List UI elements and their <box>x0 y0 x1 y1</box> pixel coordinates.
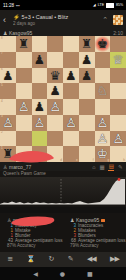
square-a8[interactable]: 8 <box>0 36 16 52</box>
black-accuracy: 79% Accuracy <box>70 243 126 249</box>
android-nav-bar: ◀●■ <box>0 267 126 280</box>
prev-icon[interactable]: ◀◀ <box>87 252 96 267</box>
white-piece-♚: ♔ <box>97 146 108 162</box>
square-g4[interactable] <box>95 99 111 115</box>
black-piece-♟: ♟ <box>81 52 92 68</box>
battery-percent: 85% <box>116 3 123 7</box>
square-g8[interactable]: ♚ <box>95 36 111 52</box>
square-h7[interactable]: ♕ <box>110 52 126 68</box>
android-back-icon[interactable]: ◀ <box>33 270 38 277</box>
white-player-name[interactable]: marco_77 <box>9 164 31 170</box>
rank-coordinate: 5 <box>1 84 3 87</box>
square-f2[interactable] <box>79 131 95 147</box>
square-b3[interactable] <box>16 115 32 131</box>
black-piece-♜: ♜ <box>18 36 29 52</box>
square-a6[interactable]: 6♟ <box>0 68 16 84</box>
square-c7[interactable]: ♟ <box>32 52 48 68</box>
file-coordinate: g <box>108 159 110 162</box>
square-g3[interactable]: ♙ <box>95 115 111 131</box>
flag-badge <box>101 219 105 222</box>
square-d2[interactable] <box>47 131 63 147</box>
white-piece-♟: ♙ <box>34 115 45 131</box>
square-d4[interactable]: ♙ <box>47 99 63 115</box>
file-coordinate: a <box>13 159 15 162</box>
menu-icon[interactable]: ≡ <box>7 252 12 267</box>
square-e3[interactable]: ♙ <box>63 115 79 131</box>
white-piece-♞: ♘ <box>97 83 108 99</box>
white-piece-♟: ♙ <box>65 115 76 131</box>
network-label: LTE <box>98 3 104 7</box>
analysis-summary: ♙marco_771Inaccuracy1Mistake1Blunder43Av… <box>0 213 126 252</box>
square-d6[interactable]: ♛ <box>47 68 63 84</box>
white-piece-♛: ♕ <box>113 52 124 68</box>
white-piece-♟: ♙ <box>113 131 124 147</box>
square-d5[interactable]: ♟ <box>47 83 63 99</box>
square-c2[interactable] <box>32 131 48 147</box>
black-piece-♟: ♟ <box>50 83 61 99</box>
square-e2[interactable] <box>63 131 79 147</box>
square-h8[interactable] <box>110 36 126 52</box>
square-g2[interactable]: ♙ <box>95 131 111 147</box>
rank-coordinate: 6 <box>1 68 3 71</box>
back-button[interactable]: ‹ <box>3 15 10 25</box>
game-title-block: ⚡ 5+3 • Casual • Blitz 2 days ago <box>13 14 99 26</box>
square-h4[interactable] <box>110 99 126 115</box>
square-d8[interactable] <box>47 36 63 52</box>
square-e5[interactable] <box>63 83 79 99</box>
next-icon[interactable]: ▶▶ <box>110 252 119 267</box>
view-tabs: ⌂▦▤✎ <box>92 162 123 171</box>
battery-icon <box>106 3 114 8</box>
summary-black-column: ♟Kasgow953Inaccuracies2Mistakes3Blunders… <box>63 217 126 252</box>
game-title: ⚡ 5+3 • Casual • Blitz <box>13 14 99 21</box>
square-c6[interactable] <box>32 68 48 84</box>
status-time: 11:28 <box>3 3 14 8</box>
square-e8[interactable] <box>63 36 79 52</box>
square-h3[interactable] <box>110 115 126 131</box>
square-f3[interactable] <box>79 115 95 131</box>
android-recents-icon[interactable]: ■ <box>87 270 93 277</box>
square-a2[interactable]: 2 <box>0 131 16 147</box>
square-h6[interactable] <box>110 68 126 84</box>
square-f6[interactable]: ♟ <box>79 68 95 84</box>
square-c1[interactable]: c <box>32 146 48 162</box>
square-c5[interactable] <box>32 83 48 99</box>
file-coordinate: h <box>123 159 125 162</box>
edit-icon[interactable]: ✎ <box>68 252 73 267</box>
square-e4[interactable] <box>63 99 79 115</box>
file-coordinate: d <box>60 159 62 162</box>
black-piece-♟: ♟ <box>81 68 92 84</box>
square-f1[interactable]: f <box>79 146 95 162</box>
engine-toggle-icon[interactable]: ⌃ <box>102 16 108 24</box>
android-home-icon[interactable]: ● <box>60 270 65 277</box>
square-g1[interactable]: g♔ <box>95 146 111 162</box>
square-c4[interactable]: ♟ <box>32 99 48 115</box>
square-f8[interactable]: ♜ <box>79 36 95 52</box>
retry-icon[interactable]: ↻ <box>48 252 53 267</box>
black-piece-♚: ♚ <box>97 36 108 52</box>
board-icon[interactable]: ▦ <box>99 163 105 171</box>
rank-coordinate: 8 <box>1 37 3 40</box>
white-piece-♟: ♙ <box>18 99 29 115</box>
black-piece-♟: ♟ <box>65 68 76 84</box>
square-h5[interactable] <box>110 83 126 99</box>
square-e1[interactable]: e <box>63 146 79 162</box>
engine-icon[interactable]: ⌛ <box>26 252 34 267</box>
square-b5[interactable] <box>16 83 32 99</box>
file-coordinate: e <box>76 159 78 162</box>
square-b4[interactable]: ♙ <box>16 99 32 115</box>
square-f5[interactable] <box>79 83 95 99</box>
square-b1[interactable]: b <box>16 146 32 162</box>
analysis-section: Queen's Pawn Game <box>0 171 126 207</box>
square-a4[interactable]: 4 <box>0 99 16 115</box>
rank-coordinate: 7 <box>1 52 3 55</box>
square-h1[interactable]: h <box>110 146 126 162</box>
chart-icon[interactable]: ▤ <box>108 162 114 171</box>
rank-coordinate: 3 <box>1 115 3 118</box>
phone-screen: 11:28 ▪▪▪ ◢ LTE 85% ‹ ⚡ 5+3 • Casual • B… <box>0 0 126 280</box>
status-bar: 11:28 ▪▪▪ ◢ LTE 85% <box>0 0 126 10</box>
square-g5[interactable]: ♘ <box>95 83 111 99</box>
notification-icon: ▪ <box>18 4 19 8</box>
home-icon[interactable]: ⌂ <box>92 163 96 171</box>
square-b2[interactable] <box>16 131 32 147</box>
file-coordinate: c <box>45 159 47 162</box>
square-c8[interactable] <box>32 36 48 52</box>
notes-icon[interactable]: ✎ <box>117 163 123 171</box>
square-d3[interactable] <box>47 115 63 131</box>
white-accuracy: 87% Accuracy <box>7 243 63 249</box>
square-a5[interactable]: 5 <box>0 83 16 99</box>
square-f7[interactable]: ♟ <box>79 52 95 68</box>
white-piece-♟: ♙ <box>97 131 108 147</box>
summary-white-column: ♙marco_771Inaccuracy1Mistake1Blunder43Av… <box>0 217 63 252</box>
file-coordinate: b <box>29 159 31 162</box>
square-g7[interactable] <box>95 52 111 68</box>
square-h2[interactable]: ♙ <box>110 131 126 147</box>
black-piece-♜: ♜ <box>2 146 13 162</box>
square-c3[interactable]: ♙ <box>32 115 48 131</box>
app-bar: ‹ ⚡ 5+3 • Casual • Blitz 2 days ago ⌃ <box>0 10 126 30</box>
square-b8[interactable]: ♜ <box>16 36 32 52</box>
square-a3[interactable]: 3♙ <box>0 115 16 131</box>
rank-coordinate: 1 <box>1 147 3 150</box>
square-e7[interactable] <box>63 52 79 68</box>
game-date: 2 days ago <box>13 21 99 26</box>
file-coordinate: f <box>93 159 94 162</box>
black-piece-♟: ♟ <box>34 52 45 68</box>
black-piece-♟: ♟ <box>2 68 13 84</box>
signal-icon: ◢ <box>93 3 96 7</box>
white-player-bar: ♙ marco_77 ⌂▦▤✎ <box>0 162 126 171</box>
white-piece-♟: ♙ <box>50 99 61 115</box>
square-d7[interactable] <box>47 52 63 68</box>
square-g6[interactable] <box>95 68 111 84</box>
rank-coordinate: 4 <box>1 100 3 103</box>
square-a7[interactable]: 7 <box>0 52 16 68</box>
square-f4[interactable] <box>79 99 95 115</box>
white-piece-icon: ♙ <box>3 164 7 170</box>
square-a1[interactable]: 1a♜ <box>0 146 16 162</box>
square-e6[interactable]: ♟ <box>63 68 79 84</box>
bottom-toolbar: ≡⌛↻✎◀◀▶▶ <box>0 252 126 267</box>
board-theme-icon[interactable] <box>113 15 123 25</box>
black-piece-♟: ♟ <box>34 99 45 115</box>
eval-graph[interactable] <box>0 177 126 207</box>
white-piece-♟: ♙ <box>2 115 13 131</box>
square-d1[interactable]: d <box>47 146 63 162</box>
black-piece-♜: ♜ <box>81 36 92 52</box>
white-piece-♟: ♙ <box>97 115 108 131</box>
square-b6[interactable] <box>16 68 32 84</box>
black-piece-♛: ♛ <box>50 68 61 84</box>
notification-icons: ▪▪▪ <box>16 3 20 8</box>
square-b7[interactable] <box>16 52 32 68</box>
rank-coordinate: 2 <box>1 131 3 134</box>
chess-board[interactable]: 8♜♜♚7♟♟♕6♟♛♟♟5♟♘4♙♟♙3♙♙♙♙2♙♙1a♜bcdefg♔h <box>0 36 126 162</box>
